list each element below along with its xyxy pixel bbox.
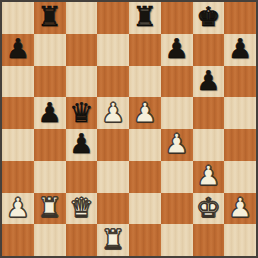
piece-white-pawn: ♟ xyxy=(228,193,252,223)
piece-white-queen: ♛ xyxy=(69,193,93,223)
square-e2[interactable] xyxy=(129,193,161,225)
square-c3[interactable] xyxy=(66,161,98,193)
piece-black-pawn: ♟ xyxy=(196,66,220,96)
square-c4[interactable]: ♟ xyxy=(66,129,98,161)
board-frame: ♜♜♚♟♟♟♟♟♛♟♟♟♟♟♟♜♛♚♟♜ xyxy=(0,0,258,258)
piece-white-pawn: ♟ xyxy=(196,161,220,191)
piece-white-pawn: ♟ xyxy=(165,129,189,159)
square-c5[interactable]: ♛ xyxy=(66,97,98,129)
square-f3[interactable] xyxy=(161,161,193,193)
piece-black-rook: ♜ xyxy=(133,2,157,32)
square-g3[interactable]: ♟ xyxy=(193,161,225,193)
square-g1[interactable] xyxy=(193,224,225,256)
square-h5[interactable] xyxy=(224,97,256,129)
square-b1[interactable] xyxy=(34,224,66,256)
square-f6[interactable] xyxy=(161,66,193,98)
square-g5[interactable] xyxy=(193,97,225,129)
square-g8[interactable]: ♚ xyxy=(193,2,225,34)
square-g2[interactable]: ♚ xyxy=(193,193,225,225)
square-b3[interactable] xyxy=(34,161,66,193)
square-f8[interactable] xyxy=(161,2,193,34)
square-d6[interactable] xyxy=(97,66,129,98)
square-g6[interactable]: ♟ xyxy=(193,66,225,98)
piece-black-king: ♚ xyxy=(196,2,220,32)
square-h7[interactable]: ♟ xyxy=(224,34,256,66)
square-f7[interactable]: ♟ xyxy=(161,34,193,66)
square-f1[interactable] xyxy=(161,224,193,256)
square-e1[interactable] xyxy=(129,224,161,256)
square-e3[interactable] xyxy=(129,161,161,193)
square-h4[interactable] xyxy=(224,129,256,161)
square-a3[interactable] xyxy=(2,161,34,193)
square-h1[interactable] xyxy=(224,224,256,256)
square-f4[interactable]: ♟ xyxy=(161,129,193,161)
piece-white-pawn: ♟ xyxy=(6,193,30,223)
piece-black-pawn: ♟ xyxy=(69,129,93,159)
piece-black-rook: ♜ xyxy=(38,2,62,32)
square-b8[interactable]: ♜ xyxy=(34,2,66,34)
piece-black-pawn: ♟ xyxy=(228,34,252,64)
piece-white-pawn: ♟ xyxy=(101,97,125,127)
square-b2[interactable]: ♜ xyxy=(34,193,66,225)
square-d7[interactable] xyxy=(97,34,129,66)
piece-black-pawn: ♟ xyxy=(165,34,189,64)
piece-white-king: ♚ xyxy=(196,193,220,223)
square-d8[interactable] xyxy=(97,2,129,34)
piece-white-pawn: ♟ xyxy=(133,97,157,127)
square-d2[interactable] xyxy=(97,193,129,225)
square-h2[interactable]: ♟ xyxy=(224,193,256,225)
piece-white-rook: ♜ xyxy=(38,193,62,223)
square-c7[interactable] xyxy=(66,34,98,66)
square-b7[interactable] xyxy=(34,34,66,66)
square-b5[interactable]: ♟ xyxy=(34,97,66,129)
square-h3[interactable] xyxy=(224,161,256,193)
square-e6[interactable] xyxy=(129,66,161,98)
square-f2[interactable] xyxy=(161,193,193,225)
square-c8[interactable] xyxy=(66,2,98,34)
square-e8[interactable]: ♜ xyxy=(129,2,161,34)
square-e4[interactable] xyxy=(129,129,161,161)
square-a5[interactable] xyxy=(2,97,34,129)
square-a1[interactable] xyxy=(2,224,34,256)
square-f5[interactable] xyxy=(161,97,193,129)
square-e5[interactable]: ♟ xyxy=(129,97,161,129)
square-g4[interactable] xyxy=(193,129,225,161)
piece-black-pawn: ♟ xyxy=(38,97,62,127)
square-d1[interactable]: ♜ xyxy=(97,224,129,256)
square-c6[interactable] xyxy=(66,66,98,98)
square-a4[interactable] xyxy=(2,129,34,161)
square-a8[interactable] xyxy=(2,2,34,34)
chess-board: ♜♜♚♟♟♟♟♟♛♟♟♟♟♟♟♜♛♚♟♜ xyxy=(2,2,256,256)
square-d5[interactable]: ♟ xyxy=(97,97,129,129)
square-b6[interactable] xyxy=(34,66,66,98)
square-a7[interactable]: ♟ xyxy=(2,34,34,66)
square-b4[interactable] xyxy=(34,129,66,161)
square-c1[interactable] xyxy=(66,224,98,256)
piece-black-pawn: ♟ xyxy=(6,34,30,64)
square-g7[interactable] xyxy=(193,34,225,66)
square-d3[interactable] xyxy=(97,161,129,193)
piece-white-rook: ♜ xyxy=(101,224,125,254)
square-h8[interactable] xyxy=(224,2,256,34)
piece-black-queen: ♛ xyxy=(69,97,93,127)
square-d4[interactable] xyxy=(97,129,129,161)
square-a6[interactable] xyxy=(2,66,34,98)
square-c2[interactable]: ♛ xyxy=(66,193,98,225)
square-h6[interactable] xyxy=(224,66,256,98)
square-e7[interactable] xyxy=(129,34,161,66)
square-a2[interactable]: ♟ xyxy=(2,193,34,225)
